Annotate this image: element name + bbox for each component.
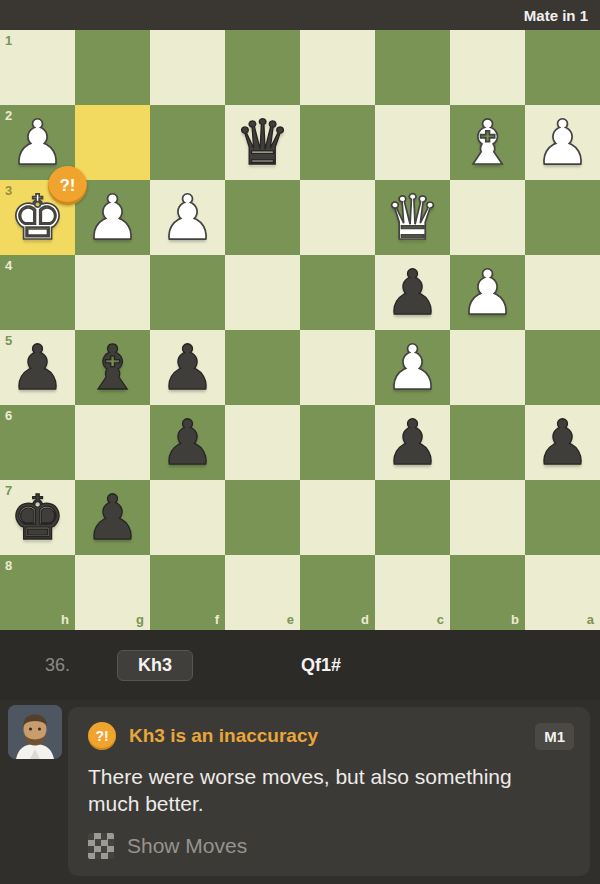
square-c3[interactable]: ♛: [375, 180, 450, 255]
square-b5[interactable]: [450, 330, 525, 405]
square-a3[interactable]: [525, 180, 600, 255]
square-f5[interactable]: ♟: [150, 330, 225, 405]
square-e5[interactable]: [225, 330, 300, 405]
square-c5[interactable]: ♟: [375, 330, 450, 405]
move-list-row: 36. Kh3 Qf1#: [0, 630, 600, 700]
square-h6[interactable]: 6: [0, 405, 75, 480]
white-pawn[interactable]: ♟: [525, 105, 600, 180]
square-a5[interactable]: [525, 330, 600, 405]
square-c4[interactable]: ♟: [375, 255, 450, 330]
square-d3[interactable]: [300, 180, 375, 255]
square-c6[interactable]: ♟: [375, 405, 450, 480]
square-h4[interactable]: 4: [0, 255, 75, 330]
square-g2[interactable]: [75, 105, 150, 180]
chess-board[interactable]: 12♟♛♝♟3♚?!♟♟♛4♟♟5♟♝♟♟6♟♟♟7♚♟8hgfedcba: [0, 30, 600, 630]
black-pawn[interactable]: ♟: [375, 405, 450, 480]
white-move-chip[interactable]: Kh3: [117, 650, 193, 681]
square-c7[interactable]: [375, 480, 450, 555]
square-g6[interactable]: [75, 405, 150, 480]
file-label-c: c: [437, 612, 444, 627]
square-h3[interactable]: 3♚?!: [0, 180, 75, 255]
black-pawn[interactable]: ♟: [150, 405, 225, 480]
square-a4[interactable]: [525, 255, 600, 330]
white-pawn[interactable]: ♟: [450, 255, 525, 330]
square-e4[interactable]: [225, 255, 300, 330]
analysis-title: Kh3 is an inaccuracy: [129, 725, 318, 747]
square-e3[interactable]: [225, 180, 300, 255]
square-h1[interactable]: 1: [0, 30, 75, 105]
analysis-section: ?! Kh3 is an inaccuracy M1 There were wo…: [0, 700, 600, 884]
black-move-label[interactable]: Qf1#: [301, 655, 341, 676]
square-h7[interactable]: 7♚: [0, 480, 75, 555]
eval-badge: M1: [535, 723, 574, 750]
square-a2[interactable]: ♟: [525, 105, 600, 180]
square-f4[interactable]: [150, 255, 225, 330]
square-h5[interactable]: 5♟: [0, 330, 75, 405]
avatar-illustration: [8, 705, 62, 759]
rank-label-6: 6: [5, 408, 12, 423]
square-h8[interactable]: 8h: [0, 555, 75, 630]
square-c8[interactable]: c: [375, 555, 450, 630]
black-pawn[interactable]: ♟: [525, 405, 600, 480]
square-e7[interactable]: [225, 480, 300, 555]
square-e6[interactable]: [225, 405, 300, 480]
rank-label-1: 1: [5, 33, 12, 48]
square-b3[interactable]: [450, 180, 525, 255]
top-bar: Mate in 1: [0, 0, 600, 30]
black-pawn[interactable]: ♟: [375, 255, 450, 330]
black-queen[interactable]: ♛: [225, 105, 300, 180]
square-g4[interactable]: [75, 255, 150, 330]
black-pawn[interactable]: ♟: [75, 480, 150, 555]
square-e1[interactable]: [225, 30, 300, 105]
square-b8[interactable]: b: [450, 555, 525, 630]
square-c1[interactable]: [375, 30, 450, 105]
file-label-h: h: [61, 612, 69, 627]
square-d8[interactable]: d: [300, 555, 375, 630]
square-d2[interactable]: [300, 105, 375, 180]
square-f8[interactable]: f: [150, 555, 225, 630]
square-f1[interactable]: [150, 30, 225, 105]
file-label-e: e: [287, 612, 294, 627]
square-g3[interactable]: ♟: [75, 180, 150, 255]
file-label-d: d: [361, 612, 369, 627]
inaccuracy-annotation-badge: ?!: [48, 166, 87, 205]
rank-label-4: 4: [5, 258, 12, 273]
analysis-body-text: There were worse moves, but also somethi…: [88, 763, 540, 818]
white-pawn[interactable]: ♟: [150, 180, 225, 255]
square-b6[interactable]: [450, 405, 525, 480]
square-d7[interactable]: [300, 480, 375, 555]
square-e8[interactable]: e: [225, 555, 300, 630]
black-pawn[interactable]: ♟: [0, 330, 75, 405]
analysis-header: ?! Kh3 is an inaccuracy M1: [88, 722, 574, 750]
square-d5[interactable]: [300, 330, 375, 405]
square-b4[interactable]: ♟: [450, 255, 525, 330]
mini-board-icon: [88, 833, 114, 859]
rank-label-8: 8: [5, 558, 12, 573]
file-label-b: b: [511, 612, 519, 627]
square-c2[interactable]: [375, 105, 450, 180]
square-b7[interactable]: [450, 480, 525, 555]
white-bishop[interactable]: ♝: [450, 105, 525, 180]
inaccuracy-icon: ?!: [88, 722, 116, 750]
white-pawn[interactable]: ♟: [375, 330, 450, 405]
square-d1[interactable]: [300, 30, 375, 105]
square-g1[interactable]: [75, 30, 150, 105]
file-label-a: a: [587, 612, 594, 627]
black-bishop[interactable]: ♝: [75, 330, 150, 405]
file-label-g: g: [136, 612, 144, 627]
square-f3[interactable]: ♟: [150, 180, 225, 255]
square-a8[interactable]: a: [525, 555, 600, 630]
file-label-f: f: [215, 612, 219, 627]
show-moves-button[interactable]: Show Moves: [88, 833, 574, 859]
square-f6[interactable]: ♟: [150, 405, 225, 480]
square-f7[interactable]: [150, 480, 225, 555]
analysis-panel: ?! Kh3 is an inaccuracy M1 There were wo…: [68, 707, 590, 876]
white-pawn[interactable]: ♟: [75, 180, 150, 255]
square-d6[interactable]: [300, 405, 375, 480]
square-g5[interactable]: ♝: [75, 330, 150, 405]
square-a6[interactable]: ♟: [525, 405, 600, 480]
show-moves-label: Show Moves: [127, 834, 247, 858]
black-king[interactable]: ♚: [0, 480, 75, 555]
player-avatar[interactable]: [8, 705, 62, 759]
square-d4[interactable]: [300, 255, 375, 330]
white-queen[interactable]: ♛: [375, 180, 450, 255]
puzzle-goal-label: Mate in 1: [524, 7, 588, 24]
black-pawn[interactable]: ♟: [150, 330, 225, 405]
square-a7[interactable]: [525, 480, 600, 555]
square-a1[interactable]: [525, 30, 600, 105]
square-f2[interactable]: [150, 105, 225, 180]
move-number: 36.: [45, 655, 70, 676]
square-g7[interactable]: ♟: [75, 480, 150, 555]
square-g8[interactable]: g: [75, 555, 150, 630]
square-e2[interactable]: ♛: [225, 105, 300, 180]
square-b1[interactable]: [450, 30, 525, 105]
square-b2[interactable]: ♝: [450, 105, 525, 180]
